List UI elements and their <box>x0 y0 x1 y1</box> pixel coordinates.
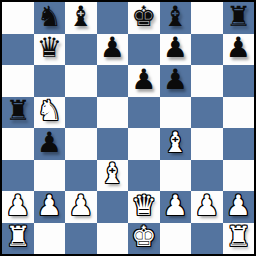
square-a7[interactable] <box>2 34 34 66</box>
square-h5[interactable] <box>223 97 255 129</box>
square-a8[interactable] <box>2 2 34 34</box>
square-e4[interactable] <box>128 128 160 160</box>
square-b5[interactable]: ♞ <box>34 97 66 129</box>
square-d2[interactable] <box>97 191 129 223</box>
square-c1[interactable] <box>65 223 97 255</box>
square-d1[interactable] <box>97 223 129 255</box>
square-d5[interactable] <box>97 97 129 129</box>
square-g8[interactable] <box>191 2 223 34</box>
square-g7[interactable] <box>191 34 223 66</box>
square-g6[interactable] <box>191 65 223 97</box>
square-f4[interactable]: ♝ <box>160 128 192 160</box>
chess-board: ♞♝♚♝♜♛♟♟♟♟♟♜♞♟♝♝♟♟♟♛♟♟♟♜♚♜ <box>2 2 254 254</box>
white-pawn-piece[interactable]: ♟ <box>5 192 30 220</box>
square-e3[interactable] <box>128 160 160 192</box>
black-bishop-piece[interactable]: ♝ <box>68 3 93 31</box>
square-h2[interactable]: ♟ <box>223 191 255 223</box>
square-f7[interactable]: ♟ <box>160 34 192 66</box>
square-g4[interactable] <box>191 128 223 160</box>
white-rook-piece[interactable]: ♜ <box>226 223 251 251</box>
square-b1[interactable] <box>34 223 66 255</box>
square-a3[interactable] <box>2 160 34 192</box>
square-c7[interactable] <box>65 34 97 66</box>
square-e1[interactable]: ♚ <box>128 223 160 255</box>
square-a4[interactable] <box>2 128 34 160</box>
white-pawn-piece[interactable]: ♟ <box>226 192 251 220</box>
black-rook-piece[interactable]: ♜ <box>226 3 251 31</box>
square-f3[interactable] <box>160 160 192 192</box>
square-f1[interactable] <box>160 223 192 255</box>
square-d7[interactable]: ♟ <box>97 34 129 66</box>
square-c2[interactable]: ♟ <box>65 191 97 223</box>
square-h1[interactable]: ♜ <box>223 223 255 255</box>
black-pawn-piece[interactable]: ♟ <box>37 129 62 157</box>
black-queen-piece[interactable]: ♛ <box>37 34 62 62</box>
square-c5[interactable] <box>65 97 97 129</box>
chess-board-frame: ♞♝♚♝♜♛♟♟♟♟♟♜♞♟♝♝♟♟♟♛♟♟♟♜♚♜ <box>0 0 256 256</box>
black-pawn-piece[interactable]: ♟ <box>163 66 188 94</box>
white-king-piece[interactable]: ♚ <box>131 223 156 251</box>
square-h8[interactable]: ♜ <box>223 2 255 34</box>
black-pawn-piece[interactable]: ♟ <box>163 34 188 62</box>
white-bishop-piece[interactable]: ♝ <box>100 160 125 188</box>
square-e6[interactable]: ♟ <box>128 65 160 97</box>
square-e8[interactable]: ♚ <box>128 2 160 34</box>
square-c8[interactable]: ♝ <box>65 2 97 34</box>
square-g3[interactable] <box>191 160 223 192</box>
black-king-piece[interactable]: ♚ <box>131 3 156 31</box>
white-pawn-piece[interactable]: ♟ <box>163 192 188 220</box>
white-pawn-piece[interactable]: ♟ <box>37 192 62 220</box>
square-c4[interactable] <box>65 128 97 160</box>
square-f6[interactable]: ♟ <box>160 65 192 97</box>
square-a5[interactable]: ♜ <box>2 97 34 129</box>
square-g2[interactable]: ♟ <box>191 191 223 223</box>
square-b2[interactable]: ♟ <box>34 191 66 223</box>
black-knight-piece[interactable]: ♞ <box>37 3 62 31</box>
black-bishop-piece[interactable]: ♝ <box>163 3 188 31</box>
white-bishop-piece[interactable]: ♝ <box>163 129 188 157</box>
square-h6[interactable] <box>223 65 255 97</box>
square-b8[interactable]: ♞ <box>34 2 66 34</box>
square-e2[interactable]: ♛ <box>128 191 160 223</box>
square-h4[interactable] <box>223 128 255 160</box>
square-b7[interactable]: ♛ <box>34 34 66 66</box>
black-rook-piece[interactable]: ♜ <box>5 97 30 125</box>
square-f2[interactable]: ♟ <box>160 191 192 223</box>
square-d8[interactable] <box>97 2 129 34</box>
white-pawn-piece[interactable]: ♟ <box>68 192 93 220</box>
square-b6[interactable] <box>34 65 66 97</box>
white-knight-piece[interactable]: ♞ <box>37 97 62 125</box>
square-h7[interactable]: ♟ <box>223 34 255 66</box>
square-e7[interactable] <box>128 34 160 66</box>
white-pawn-piece[interactable]: ♟ <box>194 192 219 220</box>
black-pawn-piece[interactable]: ♟ <box>131 66 156 94</box>
square-a2[interactable]: ♟ <box>2 191 34 223</box>
black-pawn-piece[interactable]: ♟ <box>100 34 125 62</box>
square-b3[interactable] <box>34 160 66 192</box>
square-a1[interactable]: ♜ <box>2 223 34 255</box>
white-queen-piece[interactable]: ♛ <box>131 192 156 220</box>
square-a6[interactable] <box>2 65 34 97</box>
square-f5[interactable] <box>160 97 192 129</box>
square-g1[interactable] <box>191 223 223 255</box>
square-c3[interactable] <box>65 160 97 192</box>
square-c6[interactable] <box>65 65 97 97</box>
square-d3[interactable]: ♝ <box>97 160 129 192</box>
square-d4[interactable] <box>97 128 129 160</box>
square-e5[interactable] <box>128 97 160 129</box>
square-f8[interactable]: ♝ <box>160 2 192 34</box>
square-b4[interactable]: ♟ <box>34 128 66 160</box>
square-g5[interactable] <box>191 97 223 129</box>
white-rook-piece[interactable]: ♜ <box>5 223 30 251</box>
black-pawn-piece[interactable]: ♟ <box>226 34 251 62</box>
square-d6[interactable] <box>97 65 129 97</box>
square-h3[interactable] <box>223 160 255 192</box>
